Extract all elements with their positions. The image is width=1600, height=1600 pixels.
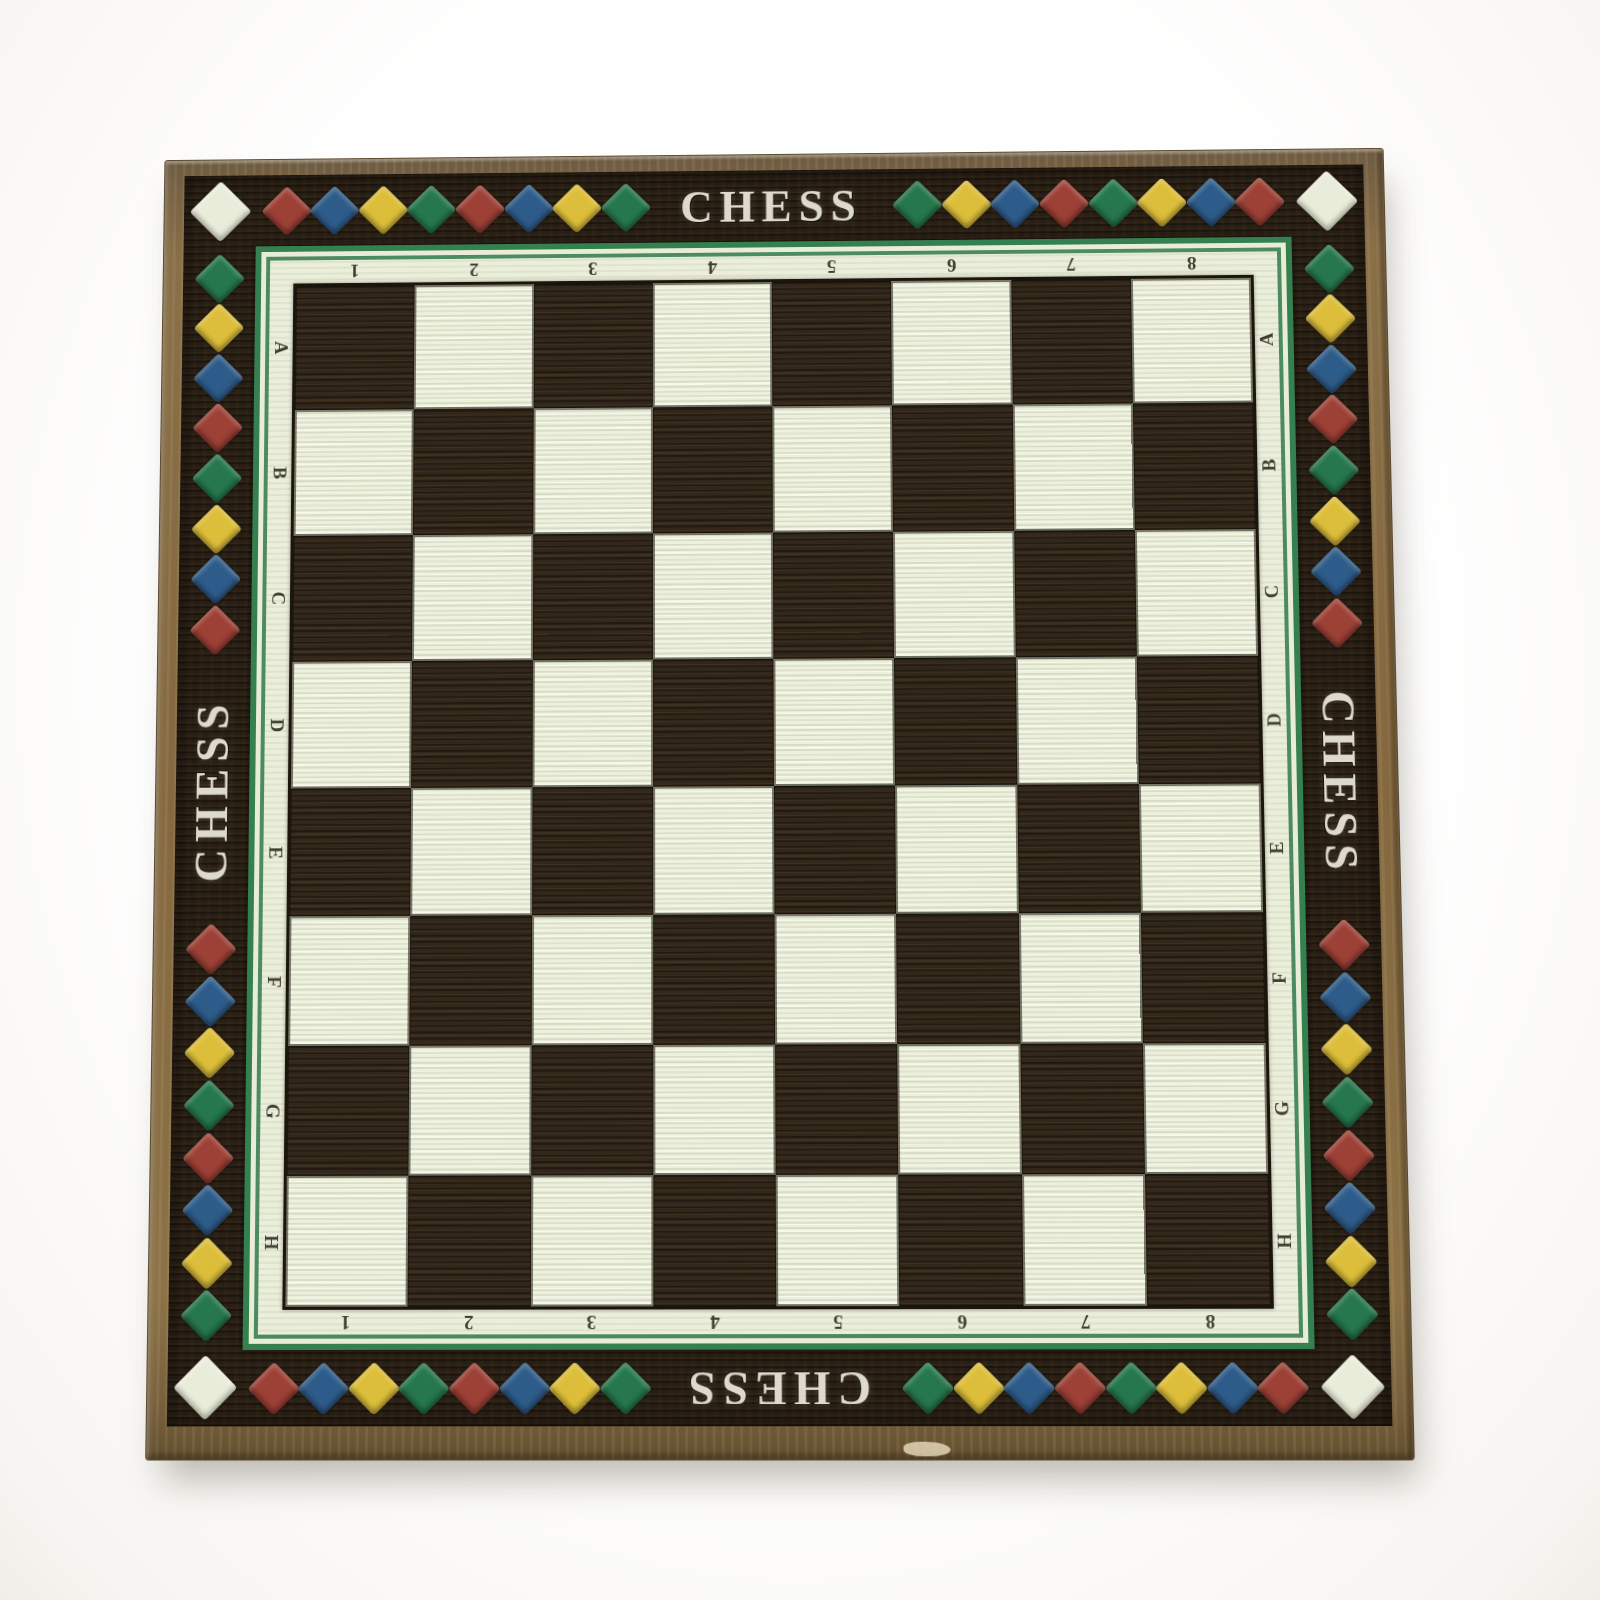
- playing-sheet: 12345678 12345678 ABCDEFGH ABCDEFGH: [243, 237, 1315, 1350]
- green-diamond: [398, 1361, 451, 1415]
- square-C6[interactable]: [893, 530, 1015, 657]
- board-title-bottom: CHESS: [682, 1360, 872, 1415]
- file-labels-bottom: 12345678: [284, 1310, 1272, 1335]
- square-E3[interactable]: [532, 787, 653, 916]
- blue-diamond: [1323, 1181, 1376, 1235]
- coord-label-2: 2: [407, 1311, 530, 1335]
- square-H2[interactable]: [408, 1175, 531, 1307]
- square-C7[interactable]: [1014, 529, 1137, 657]
- red-diamond: [455, 184, 506, 234]
- corner-diamond-top-right: [1295, 170, 1358, 231]
- square-A3[interactable]: [533, 283, 652, 408]
- board-title-top: CHESS: [680, 180, 863, 233]
- red-diamond: [1053, 1361, 1107, 1415]
- green-diamond: [599, 1361, 652, 1415]
- board-title-top-box: CHESS: [656, 179, 887, 232]
- yellow-diamond: [548, 1361, 601, 1415]
- diamond-group: [256, 189, 656, 228]
- board-title-left-box: CHESS: [174, 663, 251, 917]
- yellow-diamond: [1155, 1360, 1209, 1414]
- coord-label-2: 2: [414, 258, 533, 281]
- coord-label-E: E: [1212, 836, 1342, 860]
- red-diamond: [1317, 918, 1370, 971]
- blue-diamond: [498, 1361, 551, 1415]
- decorated-border-band: CHESS CHESS CHESS: [167, 164, 1393, 1426]
- coord-label-F: F: [1215, 966, 1346, 990]
- square-F7[interactable]: [1018, 913, 1142, 1043]
- coord-label-D: D: [213, 713, 340, 736]
- border-strip-left: CHESS: [168, 246, 256, 1350]
- green-diamond: [1104, 1360, 1158, 1414]
- yellow-diamond: [183, 1027, 235, 1080]
- coord-label-5: 5: [776, 1310, 900, 1334]
- coord-label-A: A: [217, 336, 343, 359]
- green-diamond: [901, 1361, 954, 1415]
- coord-label-1: 1: [295, 259, 414, 282]
- coord-label-E: E: [211, 841, 339, 865]
- coord-label-C: C: [214, 586, 341, 609]
- coord-label-7: 7: [1011, 253, 1131, 276]
- square-B5[interactable]: [772, 406, 893, 532]
- green-diamond: [194, 253, 245, 303]
- square-A5[interactable]: [772, 281, 892, 407]
- coord-label-B: B: [1206, 453, 1335, 477]
- square-G4[interactable]: [653, 1044, 776, 1175]
- red-diamond: [1257, 1360, 1311, 1414]
- coord-label-8: 8: [1148, 1310, 1273, 1334]
- coord-label-F: F: [209, 970, 338, 994]
- yellow-diamond: [347, 1361, 400, 1415]
- square-G3[interactable]: [531, 1044, 653, 1175]
- square-B6[interactable]: [892, 405, 1014, 532]
- blue-diamond: [1206, 1360, 1260, 1414]
- blue-diamond: [1185, 176, 1237, 227]
- red-diamond: [1234, 176, 1286, 227]
- red-diamond: [1038, 178, 1090, 228]
- square-H6[interactable]: [898, 1174, 1023, 1306]
- paint-chip: [904, 1442, 951, 1457]
- coord-label-H: H: [1220, 1228, 1352, 1252]
- square-E6[interactable]: [895, 785, 1018, 914]
- blue-diamond: [181, 1184, 234, 1237]
- green-diamond: [1325, 1288, 1379, 1342]
- photo-background: CHESS CHESS CHESS: [0, 0, 1600, 1600]
- coord-label-1: 1: [284, 1311, 407, 1335]
- coord-label-4: 4: [652, 256, 771, 279]
- diamond-group: [242, 1369, 657, 1407]
- coord-label-6: 6: [900, 1310, 1024, 1334]
- square-H3[interactable]: [530, 1175, 653, 1307]
- square-E7[interactable]: [1017, 784, 1141, 913]
- coord-label-H: H: [206, 1230, 336, 1254]
- green-diamond: [892, 179, 943, 229]
- square-D3[interactable]: [532, 659, 653, 787]
- square-D5[interactable]: [773, 658, 895, 786]
- board-title-right-box: CHESS: [1300, 656, 1380, 912]
- yellow-diamond: [941, 179, 993, 229]
- yellow-diamond: [190, 503, 241, 554]
- blue-diamond: [503, 183, 554, 233]
- yellow-diamond: [552, 183, 603, 233]
- coord-label-6: 6: [891, 254, 1011, 277]
- coord-label-5: 5: [772, 255, 892, 278]
- green-diamond: [1303, 243, 1355, 294]
- coord-label-7: 7: [1024, 1310, 1148, 1334]
- square-G2[interactable]: [409, 1045, 532, 1176]
- square-H7[interactable]: [1021, 1174, 1146, 1306]
- coord-label-D: D: [1210, 707, 1340, 731]
- wooden-tray-frame: CHESS CHESS CHESS: [145, 148, 1415, 1461]
- blue-diamond: [309, 185, 360, 235]
- square-C5[interactable]: [773, 531, 894, 658]
- yellow-diamond: [358, 185, 409, 235]
- coord-label-G: G: [1217, 1097, 1348, 1121]
- square-G7[interactable]: [1020, 1043, 1145, 1174]
- coord-label-8: 8: [1131, 252, 1252, 275]
- red-diamond: [247, 1361, 300, 1415]
- blue-diamond: [1003, 1361, 1056, 1415]
- square-D2[interactable]: [411, 660, 532, 788]
- square-H4[interactable]: [653, 1175, 776, 1307]
- square-A6[interactable]: [891, 280, 1012, 406]
- green-diamond: [1087, 177, 1139, 227]
- square-B7[interactable]: [1012, 404, 1134, 531]
- blue-diamond: [192, 353, 243, 404]
- red-diamond: [184, 923, 236, 976]
- square-G6[interactable]: [897, 1043, 1021, 1174]
- corner-diamond-bottom-left: [173, 1355, 237, 1421]
- coord-label-C: C: [1208, 580, 1337, 604]
- square-G5[interactable]: [775, 1044, 898, 1175]
- red-diamond: [1322, 1128, 1375, 1182]
- green-diamond: [406, 184, 457, 234]
- square-D4[interactable]: [653, 659, 774, 787]
- coord-label-B: B: [216, 461, 342, 484]
- corner-diamond-top-left: [190, 181, 252, 242]
- yellow-diamond: [1136, 177, 1188, 227]
- corner-diamond-bottom-right: [1320, 1354, 1385, 1420]
- blue-diamond: [1305, 343, 1357, 394]
- yellow-diamond: [1308, 495, 1360, 547]
- square-D6[interactable]: [894, 657, 1017, 785]
- square-C4[interactable]: [653, 532, 774, 659]
- coord-label-G: G: [207, 1099, 336, 1123]
- red-diamond: [448, 1361, 501, 1415]
- square-H5[interactable]: [776, 1174, 900, 1306]
- square-A2[interactable]: [414, 284, 534, 409]
- green-diamond: [179, 1289, 232, 1343]
- red-diamond: [1310, 597, 1362, 649]
- square-C2[interactable]: [412, 534, 533, 661]
- square-F6[interactable]: [896, 913, 1020, 1043]
- board-title-bottom-box: CHESS: [657, 1360, 897, 1415]
- red-diamond: [261, 185, 312, 235]
- square-F2[interactable]: [410, 916, 532, 1046]
- square-B4[interactable]: [653, 407, 773, 533]
- square-F4[interactable]: [653, 915, 775, 1045]
- yellow-diamond: [1319, 1023, 1372, 1076]
- diamond-group: [896, 1368, 1316, 1407]
- square-B2[interactable]: [413, 409, 533, 535]
- red-diamond: [192, 403, 243, 454]
- coord-label-3: 3: [530, 1311, 653, 1335]
- chess-board: CHESS CHESS CHESS: [145, 148, 1415, 1461]
- coord-label-A: A: [1203, 327, 1331, 350]
- coord-label-4: 4: [653, 1310, 776, 1334]
- red-diamond: [189, 604, 241, 655]
- square-D7[interactable]: [1015, 656, 1138, 784]
- square-E2[interactable]: [410, 787, 532, 916]
- square-E5[interactable]: [774, 785, 896, 914]
- square-B3[interactable]: [533, 408, 653, 534]
- yellow-diamond: [952, 1361, 1005, 1415]
- square-C3[interactable]: [532, 533, 652, 660]
- square-A7[interactable]: [1011, 279, 1133, 405]
- red-diamond: [182, 1131, 234, 1184]
- square-F3[interactable]: [531, 915, 653, 1045]
- board-grid: [282, 275, 1274, 1310]
- square-E4[interactable]: [653, 786, 775, 915]
- square-A4[interactable]: [653, 282, 773, 407]
- blue-diamond: [297, 1361, 350, 1415]
- blue-diamond: [989, 178, 1041, 228]
- green-diamond: [600, 182, 651, 232]
- coord-label-3: 3: [533, 257, 652, 280]
- border-strip-top: CHESS: [256, 165, 1292, 246]
- red-diamond: [1306, 394, 1358, 445]
- square-F5[interactable]: [775, 914, 898, 1044]
- diamond-group: [887, 183, 1291, 223]
- border-strip-bottom: CHESS: [242, 1349, 1317, 1426]
